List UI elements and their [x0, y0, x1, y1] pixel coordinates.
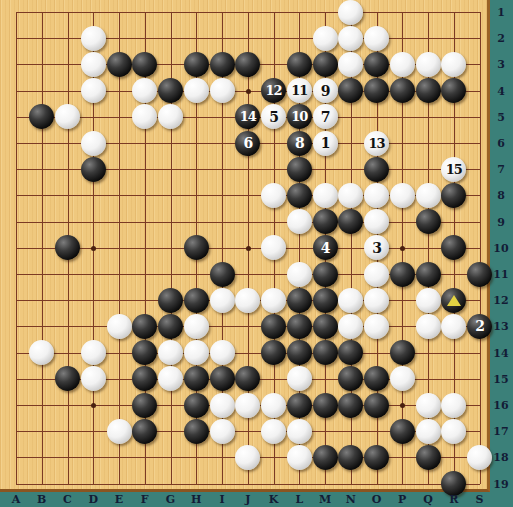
white-stone-R16[interactable]: [441, 393, 466, 418]
move-number-label: 14: [240, 110, 256, 123]
column-label-R: R: [449, 493, 458, 506]
white-stone-I4[interactable]: [210, 78, 235, 103]
white-stone-R7[interactable]: 15: [441, 157, 466, 182]
white-stone-R13[interactable]: [441, 314, 466, 339]
black-stone-L8[interactable]: [287, 183, 312, 208]
move-number-label: 11: [291, 84, 307, 97]
row-label-2: 2: [497, 32, 505, 45]
black-stone-S11[interactable]: [467, 262, 492, 287]
black-stone-H3[interactable]: [184, 52, 209, 77]
move-number-label: 3: [372, 241, 381, 255]
white-stone-P15[interactable]: [390, 366, 415, 391]
white-stone-M5[interactable]: 7: [313, 104, 338, 129]
white-stone-N12[interactable]: [338, 288, 363, 313]
white-stone-L18[interactable]: [287, 445, 312, 470]
black-stone-M14[interactable]: [313, 340, 338, 365]
black-stone-Q4[interactable]: [416, 78, 441, 103]
white-stone-N13[interactable]: [338, 314, 363, 339]
black-stone-M18[interactable]: [313, 445, 338, 470]
black-stone-H15[interactable]: [184, 366, 209, 391]
black-stone-P4[interactable]: [390, 78, 415, 103]
black-stone-L5[interactable]: 10: [287, 104, 312, 129]
black-stone-J3[interactable]: [235, 52, 260, 77]
white-stone-M2[interactable]: [313, 26, 338, 51]
black-stone-L12[interactable]: [287, 288, 312, 313]
row-label-19: 19: [493, 477, 508, 490]
white-stone-D6[interactable]: [81, 131, 106, 156]
white-stone-O8[interactable]: [364, 183, 389, 208]
black-stone-H16[interactable]: [184, 393, 209, 418]
black-stone-M12[interactable]: [313, 288, 338, 313]
column-label-M: M: [319, 493, 331, 506]
grid-line-vertical: [480, 12, 481, 484]
white-stone-I17[interactable]: [210, 419, 235, 444]
move-number-label: 6: [243, 136, 252, 150]
black-stone-O16[interactable]: [364, 393, 389, 418]
white-stone-O12[interactable]: [364, 288, 389, 313]
black-stone-K14[interactable]: [261, 340, 286, 365]
column-label-F: F: [141, 493, 149, 506]
white-stone-L15[interactable]: [287, 366, 312, 391]
black-stone-G13[interactable]: [158, 314, 183, 339]
white-stone-D2[interactable]: [81, 26, 106, 51]
black-stone-P11[interactable]: [390, 262, 415, 287]
black-stone-L14[interactable]: [287, 340, 312, 365]
white-stone-I12[interactable]: [210, 288, 235, 313]
column-label-L: L: [295, 493, 303, 506]
black-stone-H10[interactable]: [184, 235, 209, 260]
row-label-16: 16: [493, 399, 508, 412]
black-stone-O4[interactable]: [364, 78, 389, 103]
black-stone-F16[interactable]: [132, 393, 157, 418]
grid-line-horizontal: [16, 326, 480, 327]
star-point: [400, 403, 405, 408]
star-point: [246, 89, 251, 94]
white-stone-L17[interactable]: [287, 419, 312, 444]
black-stone-F17[interactable]: [132, 419, 157, 444]
black-stone-P17[interactable]: [390, 419, 415, 444]
star-point: [400, 246, 405, 251]
white-stone-Q3[interactable]: [416, 52, 441, 77]
white-stone-M6[interactable]: 1: [313, 131, 338, 156]
white-stone-E13[interactable]: [107, 314, 132, 339]
move-number-label: 4: [321, 241, 330, 255]
white-stone-Q8[interactable]: [416, 183, 441, 208]
column-coordinate-strip: [0, 492, 513, 507]
grid-line-horizontal: [16, 484, 480, 485]
black-stone-L6[interactable]: 8: [287, 131, 312, 156]
black-stone-L7[interactable]: [287, 157, 312, 182]
black-stone-Q9[interactable]: [416, 209, 441, 234]
white-stone-R3[interactable]: [441, 52, 466, 77]
white-stone-H4[interactable]: [184, 78, 209, 103]
white-stone-P3[interactable]: [390, 52, 415, 77]
white-stone-H14[interactable]: [184, 340, 209, 365]
black-stone-Q11[interactable]: [416, 262, 441, 287]
black-stone-I3[interactable]: [210, 52, 235, 77]
black-stone-Q18[interactable]: [416, 445, 441, 470]
white-stone-D3[interactable]: [81, 52, 106, 77]
star-point: [246, 246, 251, 251]
white-stone-N2[interactable]: [338, 26, 363, 51]
column-label-O: O: [372, 493, 382, 506]
row-label-11: 11: [493, 268, 508, 281]
black-stone-I15[interactable]: [210, 366, 235, 391]
black-stone-M9[interactable]: [313, 209, 338, 234]
white-stone-L11[interactable]: [287, 262, 312, 287]
white-stone-D4[interactable]: [81, 78, 106, 103]
row-label-7: 7: [497, 163, 505, 176]
white-stone-I16[interactable]: [210, 393, 235, 418]
white-stone-Q13[interactable]: [416, 314, 441, 339]
white-stone-N8[interactable]: [338, 183, 363, 208]
column-label-B: B: [37, 493, 46, 506]
white-stone-R17[interactable]: [441, 419, 466, 444]
black-stone-O3[interactable]: [364, 52, 389, 77]
white-stone-J16[interactable]: [235, 393, 260, 418]
row-label-17: 17: [493, 425, 508, 438]
white-stone-O11[interactable]: [364, 262, 389, 287]
white-stone-L4[interactable]: 11: [287, 78, 312, 103]
white-stone-D15[interactable]: [81, 366, 106, 391]
column-label-A: A: [12, 493, 21, 506]
black-stone-M16[interactable]: [313, 393, 338, 418]
black-stone-L16[interactable]: [287, 393, 312, 418]
row-label-3: 3: [497, 58, 505, 71]
row-label-9: 9: [497, 215, 505, 228]
white-stone-K8[interactable]: [261, 183, 286, 208]
column-label-Q: Q: [423, 493, 433, 506]
white-stone-Q17[interactable]: [416, 419, 441, 444]
black-stone-R12[interactable]: [441, 288, 466, 313]
column-label-C: C: [63, 493, 72, 506]
black-stone-N16[interactable]: [338, 393, 363, 418]
black-stone-H12[interactable]: [184, 288, 209, 313]
row-label-1: 1: [497, 6, 505, 19]
column-label-D: D: [88, 493, 98, 506]
white-stone-O9[interactable]: [364, 209, 389, 234]
column-label-E: E: [115, 493, 123, 506]
white-stone-O6[interactable]: 13: [364, 131, 389, 156]
column-label-J: J: [245, 493, 250, 506]
column-label-P: P: [398, 493, 406, 506]
white-stone-Q16[interactable]: [416, 393, 441, 418]
black-stone-M11[interactable]: [313, 262, 338, 287]
black-stone-S13[interactable]: 2: [467, 314, 492, 339]
move-number-label: 9: [321, 84, 330, 98]
black-stone-L13[interactable]: [287, 314, 312, 339]
black-stone-L3[interactable]: [287, 52, 312, 77]
black-stone-M13[interactable]: [313, 314, 338, 339]
row-label-4: 4: [497, 84, 505, 97]
go-board-screenshot: 121191451076811315432ABCDEFGHIJKLMNOPQRS…: [0, 0, 513, 507]
black-stone-M3[interactable]: [313, 52, 338, 77]
white-stone-P8[interactable]: [390, 183, 415, 208]
column-label-I: I: [219, 493, 224, 506]
white-stone-K17[interactable]: [261, 419, 286, 444]
black-stone-F3[interactable]: [132, 52, 157, 77]
column-label-N: N: [346, 493, 356, 506]
move-number-label: 10: [291, 110, 307, 123]
star-point: [91, 403, 96, 408]
black-stone-G12[interactable]: [158, 288, 183, 313]
move-number-label: 1: [321, 136, 330, 150]
column-label-G: G: [166, 493, 175, 506]
move-number-label: 15: [446, 163, 462, 176]
white-stone-J18[interactable]: [235, 445, 260, 470]
white-stone-N3[interactable]: [338, 52, 363, 77]
black-stone-I11[interactable]: [210, 262, 235, 287]
move-number-label: 12: [265, 84, 281, 97]
row-label-15: 15: [493, 372, 508, 385]
row-label-13: 13: [493, 320, 508, 333]
black-stone-R8[interactable]: [441, 183, 466, 208]
row-label-5: 5: [497, 110, 505, 123]
black-stone-K4[interactable]: 12: [261, 78, 286, 103]
white-stone-K12[interactable]: [261, 288, 286, 313]
white-stone-O2[interactable]: [364, 26, 389, 51]
black-stone-M10[interactable]: 4: [313, 235, 338, 260]
move-number-label: 7: [321, 110, 330, 124]
move-number-label: 5: [269, 110, 278, 124]
black-stone-J6[interactable]: 6: [235, 131, 260, 156]
black-stone-O18[interactable]: [364, 445, 389, 470]
white-stone-I14[interactable]: [210, 340, 235, 365]
column-label-H: H: [191, 493, 201, 506]
move-number-label: 13: [368, 137, 384, 150]
white-stone-K16[interactable]: [261, 393, 286, 418]
black-stone-P14[interactable]: [390, 340, 415, 365]
triangle-mark-icon: [447, 295, 461, 306]
white-stone-M8[interactable]: [313, 183, 338, 208]
black-stone-O7[interactable]: [364, 157, 389, 182]
row-label-12: 12: [493, 294, 508, 307]
black-stone-K13[interactable]: [261, 314, 286, 339]
white-stone-O13[interactable]: [364, 314, 389, 339]
black-stone-D7[interactable]: [81, 157, 106, 182]
black-stone-N18[interactable]: [338, 445, 363, 470]
white-stone-H13[interactable]: [184, 314, 209, 339]
row-label-10: 10: [493, 241, 508, 254]
row-label-14: 14: [493, 346, 508, 359]
white-stone-G14[interactable]: [158, 340, 183, 365]
white-stone-E17[interactable]: [107, 419, 132, 444]
move-number-label: 2: [475, 319, 484, 333]
row-label-8: 8: [497, 189, 505, 202]
move-number-label: 8: [295, 136, 304, 150]
black-stone-E3[interactable]: [107, 52, 132, 77]
white-stone-Q12[interactable]: [416, 288, 441, 313]
white-stone-J12[interactable]: [235, 288, 260, 313]
column-label-S: S: [476, 493, 484, 506]
white-stone-N1[interactable]: [338, 0, 363, 25]
column-label-K: K: [269, 493, 279, 506]
white-stone-L9[interactable]: [287, 209, 312, 234]
black-stone-H17[interactable]: [184, 419, 209, 444]
white-stone-S18[interactable]: [467, 445, 492, 470]
star-point: [91, 246, 96, 251]
white-stone-D14[interactable]: [81, 340, 106, 365]
row-label-6: 6: [497, 137, 505, 150]
black-stone-F13[interactable]: [132, 314, 157, 339]
row-label-18: 18: [493, 451, 508, 464]
black-stone-G4[interactable]: [158, 78, 183, 103]
white-stone-M4[interactable]: 9: [313, 78, 338, 103]
